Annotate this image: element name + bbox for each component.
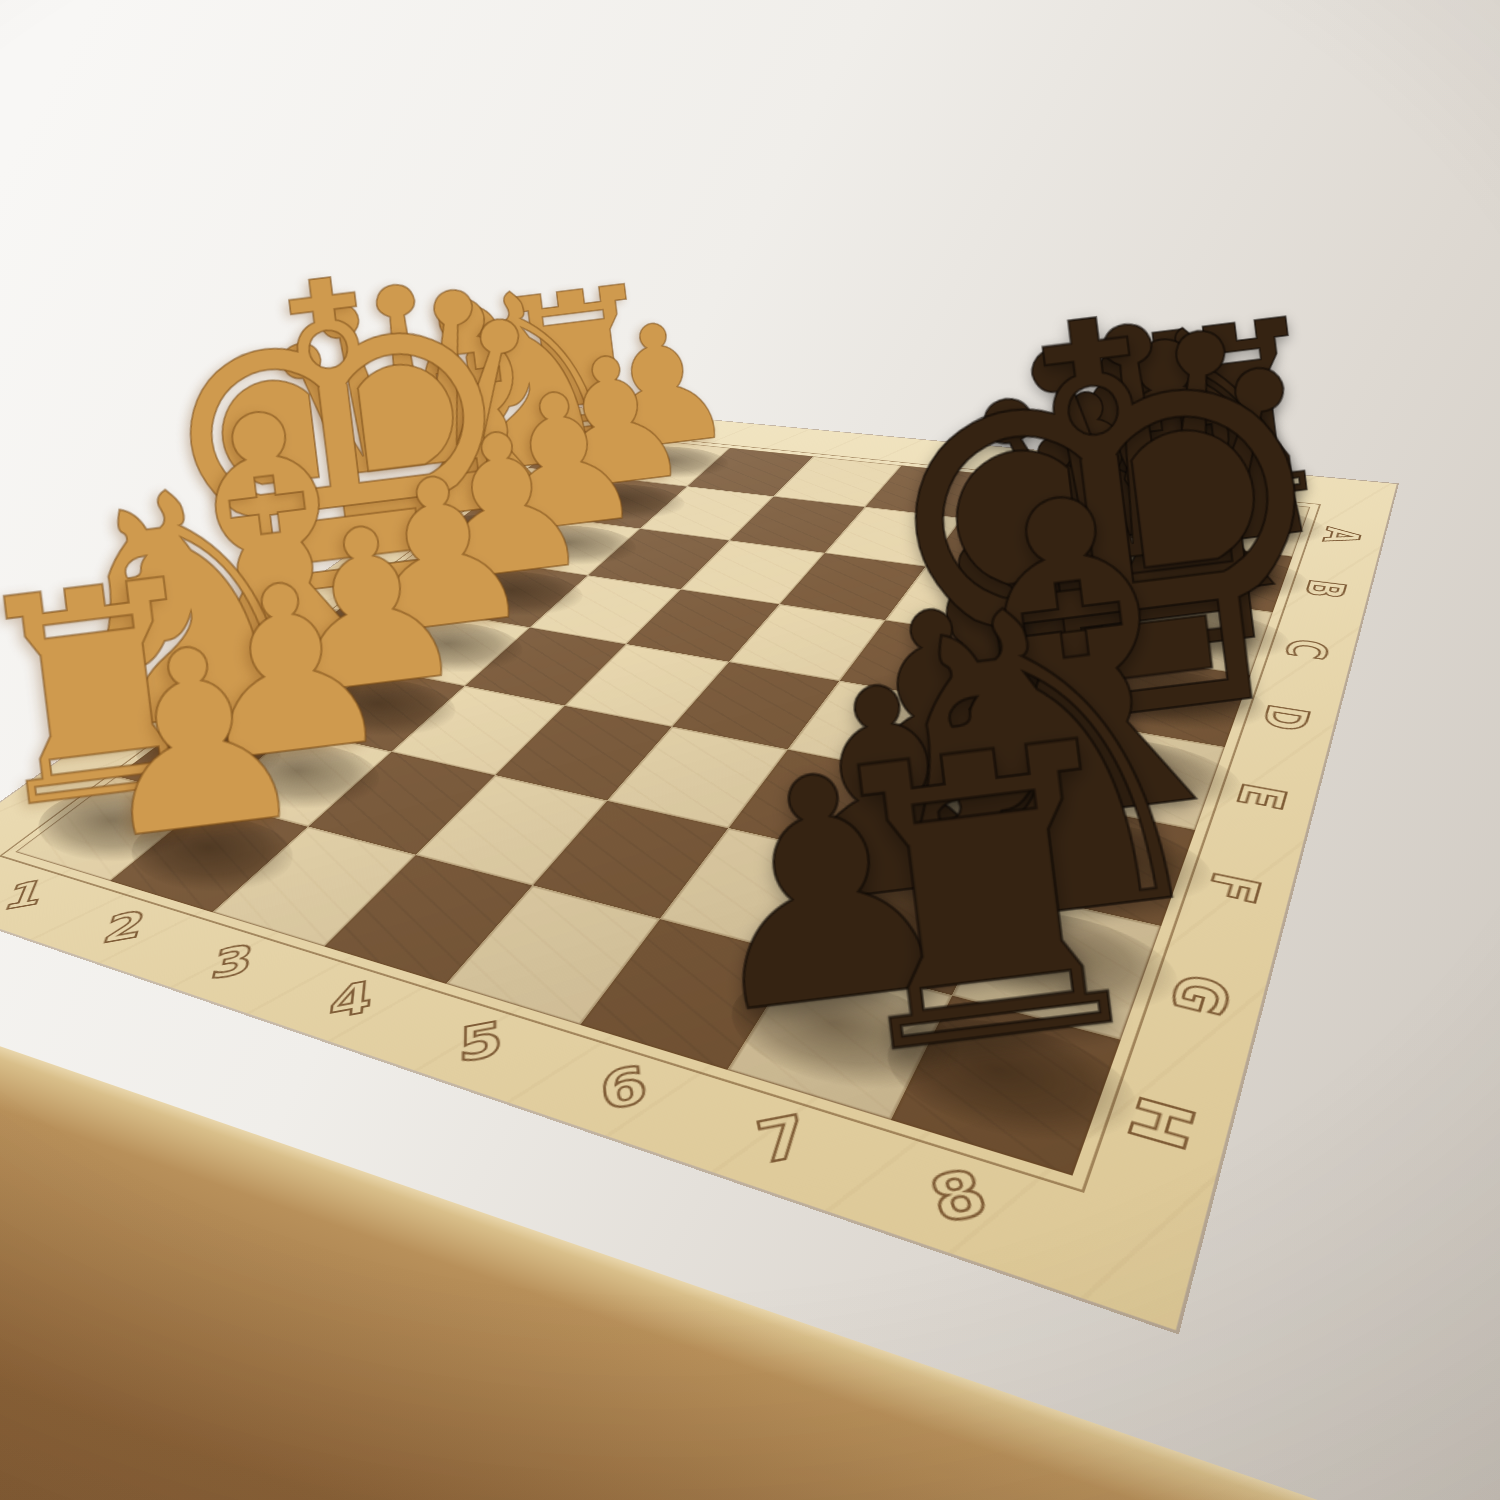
photo-scene: ABCDEFGH12345678 ♜♞♝♛♚♝♞♜♟♟♟♟♟♟♟♟♟♟♟♟♟♟♟… <box>0 0 1500 1500</box>
chess-board: ABCDEFGH12345678 ♜♞♝♛♚♝♞♜♟♟♟♟♟♟♟♟♟♟♟♟♟♟♟… <box>0 406 1397 1330</box>
perspective-stage: ABCDEFGH12345678 ♜♞♝♛♚♝♞♜♟♟♟♟♟♟♟♟♟♟♟♟♟♟♟… <box>0 0 1500 1500</box>
rank-label-3: 3 <box>146 915 314 1011</box>
